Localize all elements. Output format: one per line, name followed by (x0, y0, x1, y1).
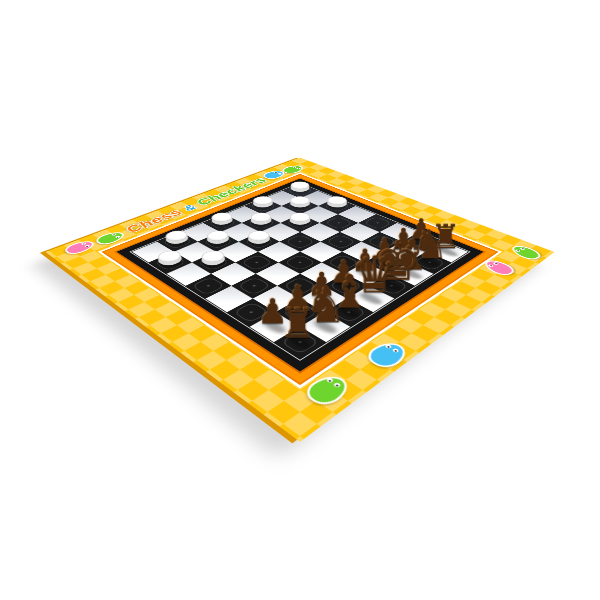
dark-rook[interactable]: ♜ (279, 304, 316, 343)
blue-pawn-icon (362, 339, 413, 372)
logo-ampersand: & (180, 203, 200, 212)
green-maraca-icon (507, 244, 545, 262)
product-photo-stage: Chess & Checkers ♟♜♟♞♟♝♟♚♟♛♟♝♟♞♟♜ (0, 0, 600, 600)
board-scene: Chess & Checkers ♟♜♟♞♟♝♟♚♟♛♟♝♟♞♟♜ (0, 0, 600, 600)
game-mat: Chess & Checkers ♟♜♟♞♟♝♟♚♟♛♟♝♟♞♟♜ (45, 157, 554, 441)
pink-worm-icon (61, 239, 98, 256)
pink-maraca-icon (480, 258, 519, 277)
